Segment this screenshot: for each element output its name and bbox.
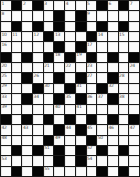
black-cell [87, 53, 97, 62]
black-cell [119, 146, 129, 155]
grid-cell[interactable] [108, 146, 118, 155]
grid-cell[interactable] [65, 105, 75, 114]
grid-cell[interactable] [129, 32, 139, 41]
grid-cell[interactable]: 31 [76, 84, 86, 93]
black-cell [65, 53, 75, 62]
grid-cell[interactable] [65, 167, 75, 176]
black-cell [119, 167, 129, 176]
grid-cell[interactable]: 41 [76, 105, 86, 114]
grid-cell[interactable] [97, 11, 107, 20]
clue-number: 5 [87, 1, 90, 6]
grid-cell[interactable] [129, 167, 139, 176]
grid-cell[interactable]: 50 [97, 136, 107, 145]
clue-number: 51 [44, 145, 49, 150]
grid-cell[interactable] [12, 125, 22, 134]
grid-cell[interactable]: 7 [129, 1, 139, 10]
grid-cell[interactable] [108, 11, 118, 20]
grid-cell[interactable] [97, 53, 107, 62]
grid-cell[interactable] [12, 136, 22, 145]
grid-cell[interactable]: 45 [87, 125, 97, 134]
grid-cell[interactable]: 26 [33, 73, 43, 82]
clue-number: 30 [44, 83, 49, 88]
black-cell [108, 53, 118, 62]
black-cell [108, 73, 118, 82]
clue-number: 55 [44, 166, 49, 171]
grid-cell[interactable] [54, 63, 64, 72]
black-cell [97, 22, 107, 31]
clue-number: 36 [87, 94, 92, 99]
grid-cell[interactable] [65, 156, 75, 165]
grid-cell[interactable]: 30 [44, 84, 54, 93]
clue-number: 53 [2, 156, 7, 161]
clue-number: 24 [130, 63, 135, 68]
grid-cell[interactable]: 8 [1, 11, 11, 20]
grid-cell[interactable]: 25 [1, 73, 11, 82]
clue-number: 10 [2, 32, 7, 37]
grid-cell[interactable] [129, 136, 139, 145]
grid-cell[interactable] [44, 125, 54, 134]
black-cell [87, 115, 97, 124]
grid-cell[interactable]: 12 [33, 32, 43, 41]
grid-cell[interactable] [76, 63, 86, 72]
grid-cell[interactable] [33, 42, 43, 51]
black-cell [76, 42, 86, 51]
black-cell [76, 146, 86, 155]
black-cell [22, 73, 32, 82]
clue-number: 3 [44, 1, 47, 6]
grid-cell[interactable]: 9 [87, 11, 97, 20]
black-cell [129, 115, 139, 124]
clue-number: 22 [66, 63, 71, 68]
grid-cell[interactable] [22, 136, 32, 145]
grid-cell[interactable] [119, 53, 129, 62]
grid-cell[interactable] [108, 32, 118, 41]
grid-cell[interactable] [1, 22, 11, 31]
grid-cell[interactable] [1, 146, 11, 155]
clue-number: 8 [2, 11, 5, 16]
grid-cell[interactable] [22, 167, 32, 176]
grid-cell[interactable] [129, 94, 139, 103]
black-cell [97, 167, 107, 176]
grid-cell[interactable] [54, 115, 64, 124]
grid-cell[interactable] [65, 146, 75, 155]
grid-cell[interactable] [44, 156, 54, 165]
grid-cell[interactable] [76, 1, 86, 10]
grid-cell[interactable]: 40 [54, 105, 64, 114]
grid-cell[interactable] [44, 42, 54, 51]
clue-number: 17 [87, 42, 92, 47]
clue-number: 13 [55, 32, 60, 37]
grid-cell[interactable] [119, 84, 129, 93]
grid-cell[interactable]: 46 [108, 125, 118, 134]
black-cell [87, 32, 97, 41]
grid-cell[interactable] [108, 156, 118, 165]
clue-number: 43 [23, 125, 28, 130]
grid-cell[interactable] [65, 22, 75, 31]
grid-cell[interactable] [12, 11, 22, 20]
grid-cell[interactable] [87, 22, 97, 31]
grid-cell[interactable] [87, 105, 97, 114]
grid-cell[interactable]: 6 [108, 1, 118, 10]
grid-cell[interactable] [44, 94, 54, 103]
grid-cell[interactable] [129, 146, 139, 155]
grid-cell[interactable] [54, 84, 64, 93]
grid-cell[interactable] [65, 136, 75, 145]
clue-number: 11 [12, 32, 17, 37]
grid-cell[interactable] [12, 73, 22, 82]
black-cell [119, 1, 129, 10]
clue-number: 39 [2, 104, 7, 109]
black-cell [44, 32, 54, 41]
black-cell [65, 115, 75, 124]
clue-number: 16 [2, 42, 7, 47]
clue-number: 14 [98, 32, 103, 37]
grid-cell[interactable]: 33 [1, 94, 11, 103]
grid-cell[interactable] [129, 73, 139, 82]
clue-number: 35 [66, 94, 71, 99]
grid-cell[interactable]: 35 [65, 94, 75, 103]
black-cell [1, 115, 11, 124]
grid-cell[interactable]: 34 [33, 94, 43, 103]
black-cell [76, 11, 86, 20]
black-cell [22, 94, 32, 103]
clue-number: 32 [108, 83, 113, 88]
clue-number: 44 [66, 125, 71, 130]
grid-cell[interactable] [33, 156, 43, 165]
grid-cell[interactable] [22, 84, 32, 93]
clue-number: 48 [2, 135, 7, 140]
black-cell [33, 146, 43, 155]
black-cell [1, 53, 11, 62]
grid-cell[interactable]: 1 [1, 1, 11, 10]
clue-number: 50 [98, 135, 103, 140]
clue-number: 29 [2, 83, 7, 88]
grid-cell[interactable] [33, 105, 43, 114]
grid-cell[interactable] [33, 53, 43, 62]
grid-cell[interactable]: 47 [129, 125, 139, 134]
grid-cell[interactable] [97, 73, 107, 82]
grid-cell[interactable] [12, 94, 22, 103]
black-cell [44, 136, 54, 145]
black-cell [108, 115, 118, 124]
black-cell [33, 84, 43, 93]
black-cell [54, 125, 64, 134]
grid-cell[interactable]: 52 [87, 146, 97, 155]
clue-number: 41 [76, 104, 81, 109]
grid-cell[interactable] [22, 22, 32, 31]
grid-cell[interactable] [97, 105, 107, 114]
clue-number: 26 [34, 73, 39, 78]
clue-number: 47 [130, 125, 135, 130]
grid-cell[interactable] [76, 115, 86, 124]
grid-cell[interactable] [119, 63, 129, 72]
black-cell [119, 22, 129, 31]
black-cell [33, 1, 43, 10]
grid-cell[interactable] [1, 167, 11, 176]
grid-cell[interactable] [12, 63, 22, 72]
clue-number: 7 [130, 1, 133, 6]
clue-number: 54 [87, 156, 92, 161]
grid-cell[interactable] [129, 156, 139, 165]
black-cell [12, 146, 22, 155]
grid-cell[interactable]: 16 [1, 42, 11, 51]
grid-cell[interactable] [119, 115, 129, 124]
clue-number: 42 [2, 125, 7, 130]
clue-number: 1 [2, 1, 5, 6]
grid-cell[interactable] [54, 1, 64, 10]
grid-cell[interactable]: 23 [87, 63, 97, 72]
grid-cell[interactable]: 17 [87, 42, 97, 51]
black-cell [129, 53, 139, 62]
grid-cell[interactable] [33, 136, 43, 145]
black-cell [76, 94, 86, 103]
clue-number: 19 [76, 52, 81, 57]
grid-cell[interactable]: 10 [1, 32, 11, 41]
grid-cell[interactable] [87, 167, 97, 176]
black-cell [12, 22, 22, 31]
clue-number: 18 [55, 52, 60, 57]
clue-number: 15 [119, 32, 124, 37]
grid-cell[interactable]: 38 [119, 94, 129, 103]
black-cell [108, 94, 118, 103]
black-cell [33, 22, 43, 31]
clue-number: 4 [66, 1, 69, 6]
black-cell [44, 115, 54, 124]
black-cell [97, 1, 107, 10]
clue-number: 27 [87, 73, 92, 78]
black-cell [54, 42, 64, 51]
grid-cell[interactable]: 32 [108, 84, 118, 93]
grid-cell[interactable] [65, 11, 75, 20]
grid-cell[interactable]: 49 [54, 136, 64, 145]
grid-cell[interactable]: 48 [1, 136, 11, 145]
grid-cell[interactable] [108, 42, 118, 51]
clue-number: 40 [55, 104, 60, 109]
grid-cell[interactable] [119, 11, 129, 20]
grid-cell[interactable] [12, 156, 22, 165]
grid-cell[interactable] [33, 11, 43, 20]
grid-cell[interactable] [33, 115, 43, 124]
clue-number: 20 [2, 63, 7, 68]
grid-cell[interactable] [44, 73, 54, 82]
grid-cell[interactable] [65, 42, 75, 51]
black-cell [12, 1, 22, 10]
grid-cell[interactable]: 24 [129, 63, 139, 72]
black-cell [54, 73, 64, 82]
clue-number: 25 [2, 73, 7, 78]
black-cell [97, 84, 107, 93]
grid-cell[interactable] [119, 136, 129, 145]
grid-cell[interactable] [119, 42, 129, 51]
clue-number: 52 [87, 145, 92, 150]
clue-number: 12 [34, 32, 39, 37]
grid-cell[interactable]: 28 [119, 73, 129, 82]
grid-cell[interactable] [22, 146, 32, 155]
black-cell [54, 146, 64, 155]
grid-cell[interactable]: 37 [97, 94, 107, 103]
grid-cell[interactable] [76, 167, 86, 176]
grid-cell[interactable] [54, 167, 64, 176]
grid-cell[interactable] [22, 63, 32, 72]
grid-cell[interactable]: 14 [97, 32, 107, 41]
grid-cell[interactable] [97, 42, 107, 51]
grid-cell[interactable]: 51 [44, 146, 54, 155]
clue-number: 28 [119, 73, 124, 78]
grid-cell[interactable] [87, 84, 97, 93]
grid-cell[interactable]: 2 [22, 1, 32, 10]
grid-cell[interactable]: 43 [22, 125, 32, 134]
grid-cell[interactable]: 22 [65, 63, 75, 72]
black-cell [22, 53, 32, 62]
grid-cell[interactable]: 53 [1, 156, 11, 165]
grid-cell[interactable] [22, 11, 32, 20]
black-cell [97, 146, 107, 155]
grid-cell[interactable]: 5 [87, 1, 97, 10]
black-cell [22, 115, 32, 124]
grid-cell[interactable] [12, 105, 22, 114]
grid-cell[interactable]: 27 [87, 73, 97, 82]
grid-cell[interactable] [12, 115, 22, 124]
grid-cell[interactable] [65, 32, 75, 41]
grid-cell[interactable] [129, 105, 139, 114]
crossword-grid: 1234567891011121314151617181920212223242… [0, 0, 140, 177]
grid-cell[interactable] [44, 11, 54, 20]
grid-cell[interactable] [119, 125, 129, 134]
grid-cell[interactable] [129, 11, 139, 20]
grid-cell[interactable]: 13 [54, 32, 64, 41]
grid-cell[interactable]: 20 [1, 63, 11, 72]
black-cell [76, 73, 86, 82]
grid-cell[interactable] [33, 125, 43, 134]
clue-number: 49 [55, 135, 60, 140]
black-cell [54, 11, 64, 20]
clue-number: 37 [98, 94, 103, 99]
black-cell [54, 94, 64, 103]
grid-cell[interactable]: 29 [1, 84, 11, 93]
crossword-page: 1234567891011121314151617181920212223242… [0, 0, 140, 177]
grid-cell[interactable] [44, 105, 54, 114]
grid-cell[interactable] [22, 32, 32, 41]
clue-number: 46 [108, 125, 113, 130]
clue-number: 2 [23, 1, 26, 6]
grid-cell[interactable] [65, 73, 75, 82]
grid-cell[interactable]: 3 [44, 1, 54, 10]
grid-cell[interactable] [108, 167, 118, 176]
grid-cell[interactable] [129, 84, 139, 93]
grid-cell[interactable] [22, 42, 32, 51]
grid-cell[interactable]: 44 [65, 125, 75, 134]
grid-cell[interactable] [22, 156, 32, 165]
clue-number: 6 [108, 1, 111, 6]
grid-cell[interactable]: 4 [65, 1, 75, 10]
black-cell [87, 136, 97, 145]
grid-cell[interactable] [22, 105, 32, 114]
grid-cell[interactable] [108, 22, 118, 31]
black-cell [12, 167, 22, 176]
grid-cell[interactable] [97, 63, 107, 72]
grid-cell[interactable] [33, 63, 43, 72]
clue-number: 23 [87, 63, 92, 68]
grid-cell[interactable]: 15 [119, 32, 129, 41]
black-cell [76, 125, 86, 134]
grid-cell[interactable] [12, 84, 22, 93]
grid-cell[interactable] [97, 156, 107, 165]
clue-number: 9 [87, 11, 90, 16]
black-cell [65, 84, 75, 93]
grid-cell[interactable] [129, 42, 139, 51]
grid-cell[interactable] [108, 105, 118, 114]
grid-cell[interactable] [76, 136, 86, 145]
grid-cell[interactable] [97, 125, 107, 134]
grid-cell[interactable] [12, 42, 22, 51]
grid-cell[interactable]: 11 [12, 32, 22, 41]
grid-cell[interactable]: 54 [87, 156, 97, 165]
clue-number: 21 [44, 63, 49, 68]
grid-cell[interactable]: 42 [1, 125, 11, 134]
clue-number: 45 [87, 125, 92, 130]
grid-cell[interactable] [119, 105, 129, 114]
clue-number: 33 [2, 94, 7, 99]
grid-cell[interactable]: 21 [44, 63, 54, 72]
grid-cell[interactable] [129, 22, 139, 31]
grid-cell[interactable] [119, 156, 129, 165]
black-cell [33, 167, 43, 176]
black-cell [54, 22, 64, 31]
clue-number: 31 [76, 83, 81, 88]
grid-cell[interactable] [97, 115, 107, 124]
grid-cell[interactable]: 39 [1, 105, 11, 114]
grid-cell[interactable]: 18 [54, 53, 64, 62]
black-cell [54, 156, 64, 165]
grid-cell[interactable] [108, 63, 118, 72]
grid-cell[interactable] [108, 136, 118, 145]
grid-cell[interactable] [44, 22, 54, 31]
grid-cell[interactable]: 36 [87, 94, 97, 103]
clue-number: 34 [34, 94, 39, 99]
black-cell [76, 156, 86, 165]
clue-number: 38 [119, 94, 124, 99]
black-cell [44, 53, 54, 62]
grid-cell[interactable] [12, 53, 22, 62]
grid-cell[interactable]: 55 [44, 167, 54, 176]
grid-cell[interactable]: 19 [76, 53, 86, 62]
grid-cell[interactable] [76, 32, 86, 41]
black-cell [76, 22, 86, 31]
